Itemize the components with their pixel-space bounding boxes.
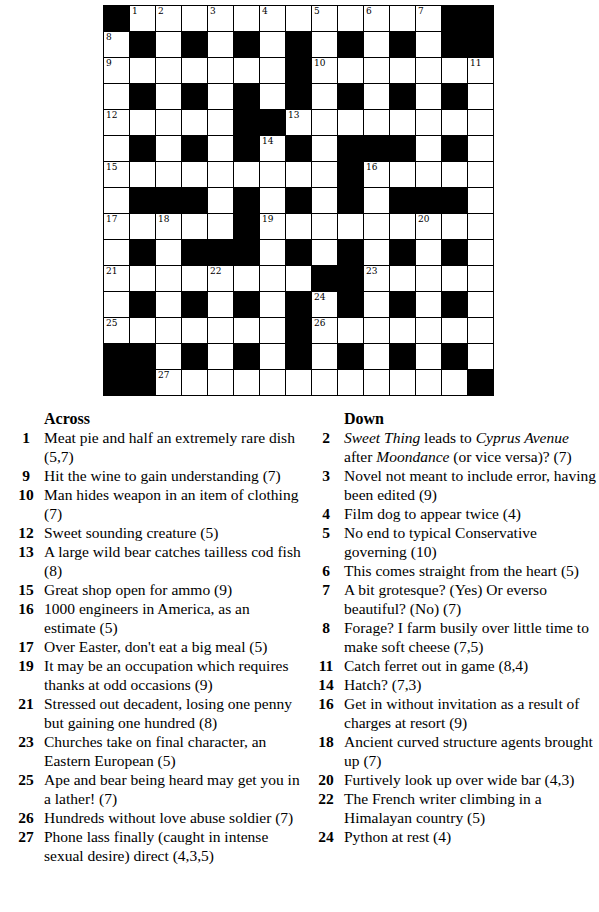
grid-cell[interactable] [208,344,233,369]
grid-cell[interactable] [208,318,233,343]
grid-cell[interactable] [364,318,389,343]
grid-cell[interactable] [260,162,285,187]
grid-cell[interactable] [286,6,311,31]
grid-block-cell [130,370,155,395]
grid-cell[interactable]: 27 [156,370,181,395]
grid-block-cell [286,58,311,83]
grid-block-cell [182,240,207,265]
clue-text: Novel not meant to include error, having… [344,466,597,504]
grid-cell[interactable] [260,266,285,291]
grid-cell[interactable] [286,214,311,239]
clue-text: Over Easter, don't eat a big meal (5) [44,637,304,656]
grid-block-cell [130,32,155,57]
grid-cell[interactable]: 10 [312,58,337,83]
down-column: Down 2Sweet Thing leads to Cyprus Avenue… [314,409,597,846]
grid-block-cell [234,110,259,135]
clue-text: Film dog to appear twice (4) [344,504,597,523]
clue-item: 2Sweet Thing leads to Cyprus Avenue afte… [314,428,597,466]
clue-item: 6This comes straight from the heart (5) [314,561,597,580]
clue-text: Stressed out decadent, losing one penny … [44,694,304,732]
cell-number: 27 [158,371,169,380]
grid-cell[interactable] [312,214,337,239]
grid-cell[interactable] [390,266,415,291]
grid-cell[interactable]: 12 [104,110,129,135]
grid-cell[interactable] [182,58,207,83]
grid-cell[interactable] [234,266,259,291]
grid-cell[interactable] [442,318,467,343]
grid-block-cell [442,136,467,161]
clue-item: 20Furtively look up over wide bar (4,3) [314,770,597,789]
grid-cell[interactable]: 14 [260,136,285,161]
cell-number: 15 [106,163,117,172]
grid-cell[interactable] [260,32,285,57]
grid-cell[interactable] [468,162,493,187]
grid-cell[interactable] [182,162,207,187]
clue-item: 12Sweet sounding creature (5) [14,523,304,542]
cell-number: 4 [262,7,268,16]
grid-cell[interactable] [156,32,181,57]
grid-cell[interactable] [390,6,415,31]
grid-cell[interactable] [156,58,181,83]
grid-block-cell [286,188,311,213]
grid-block-cell [338,136,363,161]
grid-block-cell [390,292,415,317]
clue-number: 6 [314,561,338,580]
grid-block-cell [338,266,363,291]
grid-block-cell [234,344,259,369]
grid-cell[interactable]: 25 [104,318,129,343]
clue-text: A bit grotesque? (Yes) Or everso beautif… [344,580,597,618]
grid-cell[interactable] [234,370,259,395]
grid-block-cell [390,240,415,265]
grid-block-cell [468,370,493,395]
grid-cell[interactable] [130,318,155,343]
grid-cell[interactable] [338,58,363,83]
grid-cell[interactable] [338,370,363,395]
grid-cell[interactable] [104,188,129,213]
clue-number: 13 [14,542,38,561]
grid-block-cell [234,292,259,317]
grid-cell[interactable]: 3 [208,6,233,31]
grid-block-cell [286,344,311,369]
grid-cell[interactable] [208,162,233,187]
grid-cell[interactable]: 6 [364,6,389,31]
clue-item: 16Get in without invitation as a result … [314,694,597,732]
clue-item: 9Hit the wine to gain understanding (7) [14,466,304,485]
grid-cell[interactable]: 2 [156,6,181,31]
grid-block-cell [182,32,207,57]
grid-cell[interactable] [104,292,129,317]
clue-number: 25 [14,770,38,789]
grid-cell[interactable] [156,318,181,343]
grid-block-cell [468,32,493,57]
grid-block-cell [130,240,155,265]
grid-cell[interactable] [260,370,285,395]
grid-cell[interactable] [286,370,311,395]
grid-cell[interactable] [156,344,181,369]
grid-block-cell [130,344,155,369]
grid-cell[interactable] [390,58,415,83]
grid-cell[interactable] [338,6,363,31]
cell-number: 14 [262,137,273,146]
grid-block-cell [442,292,467,317]
grid-cell[interactable] [416,370,441,395]
grid-cell[interactable] [260,188,285,213]
clue-number: 17 [14,637,38,656]
clue-text: No end to typical Conservative governing… [344,523,597,561]
grid-cell[interactable]: 13 [286,110,311,135]
grid-block-cell [442,84,467,109]
clue-text: Get in without invitation as a result of… [344,694,597,732]
grid-cell[interactable] [130,162,155,187]
grid-cell[interactable] [312,32,337,57]
grid-cell[interactable] [286,266,311,291]
clue-text: Sweet Thing leads to Cyprus Avenue after… [344,428,597,466]
grid-cell[interactable] [468,110,493,135]
grid-cell[interactable] [260,240,285,265]
grid-cell[interactable] [468,136,493,161]
grid-cell[interactable]: 5 [312,6,337,31]
grid-cell[interactable] [468,214,493,239]
grid-block-cell [286,240,311,265]
cell-number: 3 [210,7,216,16]
grid-cell[interactable] [390,370,415,395]
clue-number: 21 [14,694,38,713]
clue-item: 7A bit grotesque? (Yes) Or everso beauti… [314,580,597,618]
clue-text: Furtively look up over wide bar (4,3) [344,770,597,789]
grid-cell[interactable] [208,188,233,213]
grid-block-cell [234,188,259,213]
grid-block-cell [130,84,155,109]
clue-number: 18 [314,732,338,751]
grid-cell[interactable] [182,318,207,343]
grid-cell[interactable] [234,6,259,31]
clue-text: This comes straight from the heart (5) [344,561,597,580]
grid-cell[interactable] [416,84,441,109]
grid-cell[interactable] [364,344,389,369]
clue-item: 3Novel not meant to include error, havin… [314,466,597,504]
grid-cell[interactable] [390,162,415,187]
clue-number: 19 [14,656,38,675]
cell-number: 9 [106,59,112,68]
grid-block-cell [338,240,363,265]
grid-block-cell [390,136,415,161]
cell-number: 7 [418,7,424,16]
grid-cell[interactable]: 16 [364,162,389,187]
grid-cell[interactable] [364,292,389,317]
clue-text: Meat pie and half an extremely rare dish… [44,428,304,466]
clue-item: 24Python at rest (4) [314,827,597,846]
cell-number: 20 [418,215,429,224]
grid-cell[interactable] [312,240,337,265]
grid-cell[interactable] [156,110,181,135]
grid-cell[interactable] [286,162,311,187]
grid-block-cell [182,136,207,161]
clue-number: 12 [14,523,38,542]
grid-block-cell [286,292,311,317]
cell-number: 16 [366,163,377,172]
grid-cell[interactable]: 4 [260,6,285,31]
grid-cell[interactable] [130,110,155,135]
grid-cell[interactable] [208,58,233,83]
clue-number: 5 [314,523,338,542]
grid-cell[interactable] [156,84,181,109]
clue-number: 10 [14,485,38,504]
grid-cell[interactable] [468,240,493,265]
grid-cell[interactable] [442,370,467,395]
across-heading: Across [44,409,304,428]
grid-cell[interactable] [416,344,441,369]
grid-cell[interactable] [416,292,441,317]
clue-text: Phone lass finally (caught in intense se… [44,827,304,865]
grid-cell[interactable]: 7 [416,6,441,31]
grid-cell[interactable] [234,318,259,343]
grid-cell[interactable] [364,370,389,395]
across-column: Across 1Meat pie and half an extremely r… [14,409,304,865]
grid-cell[interactable] [182,110,207,135]
grid-cell[interactable]: 24 [312,292,337,317]
cell-number: 22 [210,267,221,276]
grid-block-cell [338,188,363,213]
clue-number: 4 [314,504,338,523]
grid-cell[interactable] [442,58,467,83]
grid-cell[interactable] [416,162,441,187]
grid-block-cell [104,370,129,395]
grid-cell[interactable] [208,292,233,317]
grid-cell[interactable] [156,136,181,161]
cell-number: 19 [262,215,273,224]
grid-cell[interactable] [208,110,233,135]
grid-cell[interactable] [364,188,389,213]
clue-text: Python at rest (4) [344,827,597,846]
clue-number: 22 [314,789,338,808]
grid-cell[interactable] [390,110,415,135]
grid-cell[interactable] [130,266,155,291]
grid-cell[interactable] [390,318,415,343]
down-heading: Down [344,409,597,428]
grid-cell[interactable] [104,84,129,109]
grid-cell[interactable]: 9 [104,58,129,83]
grid-cell[interactable] [312,84,337,109]
grid-cell[interactable] [364,110,389,135]
clue-number: 27 [14,827,38,846]
grid-block-cell [390,188,415,213]
clue-item: 1Meat pie and half an extremely rare dis… [14,428,304,466]
clue-text: Churches take on final character, an Eas… [44,732,304,770]
grid-cell[interactable] [416,266,441,291]
grid-block-cell [234,84,259,109]
cell-number: 2 [158,7,164,16]
grid-block-cell [234,136,259,161]
grid-cell[interactable] [104,136,129,161]
clue-item: 27Phone lass finally (caught in intense … [14,827,304,865]
clue-number: 2 [314,428,338,447]
cell-number: 24 [314,293,325,302]
grid-cell[interactable] [182,214,207,239]
grid-cell[interactable] [338,318,363,343]
clue-item: 25Ape and bear being heard may get you i… [14,770,304,808]
grid-cell[interactable] [234,58,259,83]
grid-cell[interactable] [416,136,441,161]
grid-cell[interactable] [442,214,467,239]
grid-cell[interactable] [442,162,467,187]
clue-number: 1 [14,428,38,447]
clue-text: Great shop open for ammo (9) [44,580,304,599]
grid-block-cell [130,136,155,161]
grid-block-cell [468,6,493,31]
grid-cell[interactable] [468,344,493,369]
grid-cell[interactable] [416,318,441,343]
grid-cell[interactable] [364,214,389,239]
grid-block-cell [338,344,363,369]
grid-block-cell [286,136,311,161]
grid-cell[interactable] [468,84,493,109]
across-clue-list: 1Meat pie and half an extremely rare dis… [14,428,304,865]
grid-cell[interactable] [468,188,493,213]
cell-number: 25 [106,319,117,328]
clue-number: 23 [14,732,38,751]
grid-cell[interactable]: 23 [364,266,389,291]
grid-cell[interactable] [468,318,493,343]
clue-item: 8Forage? I farm busily over little time … [314,618,597,656]
down-clue-list: 2Sweet Thing leads to Cyprus Avenue afte… [314,428,597,846]
clue-number: 15 [14,580,38,599]
grid-block-cell [286,32,311,57]
grid-block-cell [390,344,415,369]
grid-cell[interactable] [260,84,285,109]
grid-cell[interactable] [208,136,233,161]
grid-cell[interactable]: 19 [260,214,285,239]
grid-cell[interactable] [468,266,493,291]
grid-cell[interactable] [156,266,181,291]
grid-cell[interactable] [390,214,415,239]
grid-cell[interactable] [338,110,363,135]
clue-text: The French writer climbing in a Himalaya… [344,789,597,827]
grid-cell[interactable] [130,214,155,239]
clue-number: 20 [314,770,338,789]
clue-number: 9 [14,466,38,485]
grid-cell[interactable] [260,344,285,369]
clue-item: 14Hatch? (7,3) [314,675,597,694]
grid-cell[interactable]: 18 [156,214,181,239]
grid-cell[interactable] [416,240,441,265]
clue-text: Sweet sounding creature (5) [44,523,304,542]
cell-number: 13 [288,111,299,120]
clue-text: Ancient curved structure agents brought … [344,732,597,770]
grid-cell[interactable] [312,162,337,187]
grid-cell[interactable] [364,58,389,83]
grid-block-cell [286,84,311,109]
cell-number: 18 [158,215,169,224]
grid-block-cell [338,162,363,187]
grid-block-cell [182,188,207,213]
grid-block-cell [390,84,415,109]
clue-item: 161000 engineers in America, as an estim… [14,599,304,637]
grid-block-cell [130,188,155,213]
grid-cell[interactable] [416,32,441,57]
clue-number: 3 [314,466,338,485]
clue-number: 16 [314,694,338,713]
clue-number: 7 [314,580,338,599]
grid-cell[interactable] [156,162,181,187]
grid-cell[interactable] [208,84,233,109]
grid-cell[interactable]: 20 [416,214,441,239]
clue-number: 14 [314,675,338,694]
grid-cell[interactable] [364,32,389,57]
cell-number: 8 [106,33,112,42]
grid-block-cell [234,240,259,265]
grid-cell[interactable] [364,240,389,265]
clue-item: 18Ancient curved structure agents brough… [314,732,597,770]
grid-cell[interactable]: 8 [104,32,129,57]
clue-number: 8 [314,618,338,637]
grid-cell[interactable] [312,370,337,395]
grid-cell[interactable]: 21 [104,266,129,291]
clue-item: 15Great shop open for ammo (9) [14,580,304,599]
grid-cell[interactable]: 17 [104,214,129,239]
grid-cell[interactable] [416,58,441,83]
grid-cell[interactable] [312,188,337,213]
grid-cell[interactable] [364,84,389,109]
grid-cell[interactable] [208,214,233,239]
grid-cell[interactable] [130,58,155,83]
grid-cell[interactable] [182,370,207,395]
clue-item: 21Stressed out decadent, losing one penn… [14,694,304,732]
clue-number: 24 [314,827,338,846]
grid-cell[interactable]: 26 [312,318,337,343]
grid-cell[interactable] [260,292,285,317]
grid-cell[interactable]: 1 [130,6,155,31]
grid-cell[interactable] [468,292,493,317]
grid-cell[interactable] [442,110,467,135]
grid-cell[interactable]: 15 [104,162,129,187]
grid-cell[interactable] [442,266,467,291]
grid-cell[interactable] [182,6,207,31]
clue-item: 11Catch ferret out in game (8,4) [314,656,597,675]
clue-text: Ape and bear being heard may get you in … [44,770,304,808]
grid-block-cell [364,136,389,161]
cell-number: 23 [366,267,377,276]
grid-block-cell [234,32,259,57]
grid-block-cell [390,32,415,57]
grid-cell[interactable] [208,370,233,395]
grid-cell[interactable] [208,32,233,57]
grid-cell[interactable] [260,318,285,343]
grid-cell[interactable] [338,214,363,239]
grid-cell[interactable] [312,110,337,135]
clue-item: 17Over Easter, don't eat a big meal (5) [14,637,304,656]
clue-item: 5No end to typical Conservative governin… [314,523,597,561]
grid-block-cell [442,32,467,57]
grid-block-cell [104,344,129,369]
clue-item: 23Churches take on final character, an E… [14,732,304,770]
grid-cell[interactable] [182,266,207,291]
grid-cell[interactable] [312,344,337,369]
grid-cell[interactable] [416,110,441,135]
clue-item: 4Film dog to appear twice (4) [314,504,597,523]
grid-cell[interactable] [156,292,181,317]
grid-cell[interactable] [312,136,337,161]
grid-cell[interactable] [104,240,129,265]
grid-cell[interactable] [234,162,259,187]
grid-cell[interactable]: 22 [208,266,233,291]
grid-cell[interactable] [260,58,285,83]
grid-block-cell [338,292,363,317]
grid-cell[interactable] [156,240,181,265]
grid-block-cell [442,6,467,31]
grid-cell[interactable]: 11 [468,58,493,83]
grid-block-cell [442,188,467,213]
